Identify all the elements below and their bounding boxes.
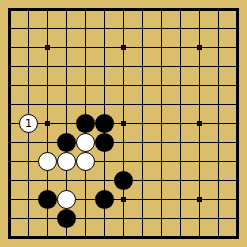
black-stone[interactable] bbox=[57, 209, 76, 228]
move-number-label: 1 bbox=[25, 118, 32, 129]
black-stone[interactable] bbox=[57, 133, 76, 152]
white-stone[interactable] bbox=[76, 133, 95, 152]
white-stone[interactable] bbox=[38, 152, 57, 171]
black-stone[interactable] bbox=[95, 114, 114, 133]
white-stone[interactable] bbox=[57, 190, 76, 209]
white-stone[interactable] bbox=[57, 152, 76, 171]
black-stone[interactable] bbox=[76, 114, 95, 133]
board-grid[interactable]: 1 bbox=[0, 0, 247, 247]
go-board[interactable]: 1 bbox=[0, 0, 247, 247]
white-stone[interactable] bbox=[76, 152, 95, 171]
black-stone[interactable] bbox=[95, 190, 114, 209]
black-stone[interactable] bbox=[38, 190, 57, 209]
white-stone-1[interactable]: 1 bbox=[19, 114, 38, 133]
black-stone[interactable] bbox=[95, 133, 114, 152]
black-stone[interactable] bbox=[114, 171, 133, 190]
